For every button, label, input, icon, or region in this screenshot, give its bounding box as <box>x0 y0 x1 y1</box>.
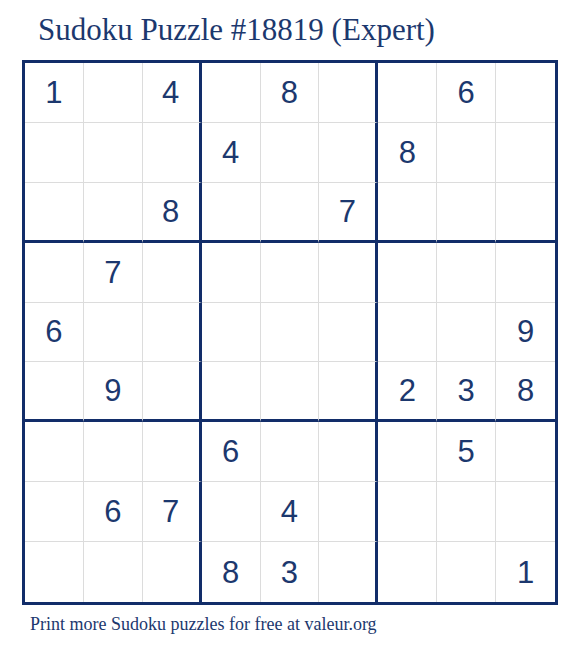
cell-r2c7[interactable]: 8 <box>378 123 437 183</box>
cell-r4c8[interactable] <box>437 243 496 303</box>
cell-r5c8[interactable] <box>437 303 496 363</box>
cell-r6c3[interactable] <box>143 362 202 422</box>
cell-r4c2[interactable]: 7 <box>84 243 143 303</box>
cell-r7c3[interactable] <box>143 422 202 482</box>
cell-r2c4[interactable]: 4 <box>202 123 261 183</box>
cell-r6c1[interactable] <box>25 362 84 422</box>
cell-r6c9[interactable]: 8 <box>496 362 555 422</box>
cell-r5c6[interactable] <box>319 303 378 363</box>
cell-r7c2[interactable] <box>84 422 143 482</box>
cell-r6c4[interactable] <box>202 362 261 422</box>
cell-r2c5[interactable] <box>261 123 320 183</box>
cell-r8c6[interactable] <box>319 482 378 542</box>
cell-r3c7[interactable] <box>378 183 437 243</box>
page-title: Sudoku Puzzle #18819 (Expert) <box>38 12 435 48</box>
cell-r3c5[interactable] <box>261 183 320 243</box>
cell-r3c1[interactable] <box>25 183 84 243</box>
cell-r1c4[interactable] <box>202 63 261 123</box>
cell-r9c1[interactable] <box>25 542 84 602</box>
cell-r4c1[interactable] <box>25 243 84 303</box>
cell-r2c6[interactable] <box>319 123 378 183</box>
cell-r3c8[interactable] <box>437 183 496 243</box>
cell-r7c8[interactable]: 5 <box>437 422 496 482</box>
cell-r3c3[interactable]: 8 <box>143 183 202 243</box>
cell-r9c6[interactable] <box>319 542 378 602</box>
cell-r9c4[interactable]: 8 <box>202 542 261 602</box>
cell-r5c5[interactable] <box>261 303 320 363</box>
cell-r9c8[interactable] <box>437 542 496 602</box>
cell-r3c4[interactable] <box>202 183 261 243</box>
sudoku-board: 14864887769923865674831 <box>22 60 558 605</box>
cell-r2c3[interactable] <box>143 123 202 183</box>
cell-r5c9[interactable]: 9 <box>496 303 555 363</box>
cell-r1c5[interactable]: 8 <box>261 63 320 123</box>
footer-text: Print more Sudoku puzzles for free at va… <box>30 614 377 635</box>
cell-r7c7[interactable] <box>378 422 437 482</box>
cell-r1c2[interactable] <box>84 63 143 123</box>
cell-r6c5[interactable] <box>261 362 320 422</box>
cell-r3c2[interactable] <box>84 183 143 243</box>
cell-r4c9[interactable] <box>496 243 555 303</box>
cell-r8c2[interactable]: 6 <box>84 482 143 542</box>
cell-r8c5[interactable]: 4 <box>261 482 320 542</box>
cell-r4c6[interactable] <box>319 243 378 303</box>
cell-r7c9[interactable] <box>496 422 555 482</box>
cell-r7c1[interactable] <box>25 422 84 482</box>
cell-r8c7[interactable] <box>378 482 437 542</box>
cell-r2c8[interactable] <box>437 123 496 183</box>
cell-r8c1[interactable] <box>25 482 84 542</box>
cell-r8c8[interactable] <box>437 482 496 542</box>
cell-r1c3[interactable]: 4 <box>143 63 202 123</box>
cell-r9c7[interactable] <box>378 542 437 602</box>
cell-r6c2[interactable]: 9 <box>84 362 143 422</box>
cell-r1c1[interactable]: 1 <box>25 63 84 123</box>
cell-r5c2[interactable] <box>84 303 143 363</box>
cell-r2c9[interactable] <box>496 123 555 183</box>
cell-r2c1[interactable] <box>25 123 84 183</box>
cell-r9c5[interactable]: 3 <box>261 542 320 602</box>
cell-r1c9[interactable] <box>496 63 555 123</box>
cell-r4c5[interactable] <box>261 243 320 303</box>
cell-r6c7[interactable]: 2 <box>378 362 437 422</box>
cell-r5c4[interactable] <box>202 303 261 363</box>
cell-r5c1[interactable]: 6 <box>25 303 84 363</box>
cell-r8c4[interactable] <box>202 482 261 542</box>
cell-r8c3[interactable]: 7 <box>143 482 202 542</box>
cell-r5c3[interactable] <box>143 303 202 363</box>
cell-r1c8[interactable]: 6 <box>437 63 496 123</box>
cell-r2c2[interactable] <box>84 123 143 183</box>
cell-r9c2[interactable] <box>84 542 143 602</box>
cell-r1c6[interactable] <box>319 63 378 123</box>
cell-r6c8[interactable]: 3 <box>437 362 496 422</box>
cell-r6c6[interactable] <box>319 362 378 422</box>
cell-r3c6[interactable]: 7 <box>319 183 378 243</box>
cell-r5c7[interactable] <box>378 303 437 363</box>
cell-r7c6[interactable] <box>319 422 378 482</box>
cell-r4c3[interactable] <box>143 243 202 303</box>
cell-r4c4[interactable] <box>202 243 261 303</box>
cell-r1c7[interactable] <box>378 63 437 123</box>
cell-r9c3[interactable] <box>143 542 202 602</box>
cell-r7c4[interactable]: 6 <box>202 422 261 482</box>
cell-r9c9[interactable]: 1 <box>496 542 555 602</box>
cell-r4c7[interactable] <box>378 243 437 303</box>
cell-r3c9[interactable] <box>496 183 555 243</box>
cell-r8c9[interactable] <box>496 482 555 542</box>
cell-r7c5[interactable] <box>261 422 320 482</box>
sudoku-page: Sudoku Puzzle #18819 (Expert) 1486488776… <box>0 0 580 651</box>
